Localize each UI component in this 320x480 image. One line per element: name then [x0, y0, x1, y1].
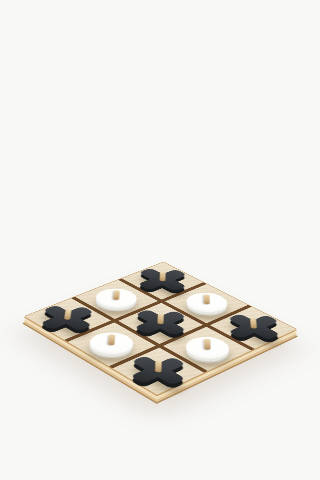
peg-handle	[160, 272, 166, 281]
product-photo	[0, 0, 320, 480]
peg-handle	[204, 295, 210, 305]
peg-handle	[157, 314, 163, 324]
peg-handle	[204, 339, 210, 350]
peg-handle	[155, 360, 162, 372]
peg-handle	[250, 318, 257, 328]
tictactoe-board	[24, 262, 297, 395]
